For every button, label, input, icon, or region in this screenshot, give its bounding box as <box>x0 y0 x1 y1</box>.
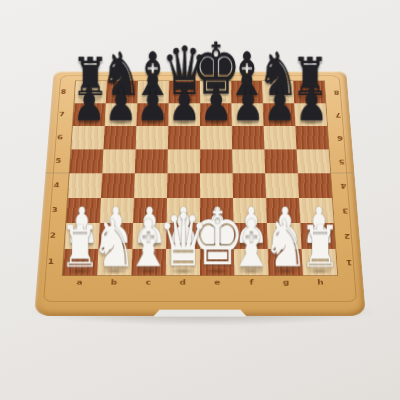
rank-label-right-5: 5 <box>329 149 355 173</box>
board-frame: 8877665544332211abcdefgh <box>34 71 366 316</box>
rank-label-left-1: 1 <box>37 249 64 275</box>
latch-notch <box>153 310 247 317</box>
chess-board: 8877665544332211abcdefgh ♜♞♝♛♚♝♞♜♟♟♟♟♟♟♟… <box>34 71 366 316</box>
rank-label-right-1: 1 <box>335 249 362 275</box>
rank-label-left-7: 7 <box>49 103 74 126</box>
rank-label-right-4: 4 <box>330 173 356 198</box>
rank-label-right-8: 8 <box>324 81 349 103</box>
rank-label-left-6: 6 <box>47 126 72 149</box>
rank-label-right-2: 2 <box>334 223 361 249</box>
rank-label-left-8: 8 <box>51 81 76 103</box>
file-label-g: g <box>269 278 304 287</box>
rank-label-left-4: 4 <box>43 173 69 198</box>
rank-label-left-5: 5 <box>45 149 71 173</box>
rank-label-left-2: 2 <box>39 223 66 249</box>
rank-label-left-3: 3 <box>41 198 68 223</box>
rank-label-right-7: 7 <box>326 103 351 126</box>
file-label-b: b <box>96 278 131 287</box>
file-label-e: e <box>200 278 235 287</box>
frame-groove <box>43 76 357 302</box>
photo-stage: 8877665544332211abcdefgh ♜♞♝♛♚♝♞♜♟♟♟♟♟♟♟… <box>0 0 400 400</box>
file-label-a: a <box>62 278 97 287</box>
perspective-scene: 8877665544332211abcdefgh ♜♞♝♛♚♝♞♜♟♟♟♟♟♟♟… <box>0 0 400 400</box>
file-label-c: c <box>131 278 166 287</box>
file-label-f: f <box>234 278 269 287</box>
file-label-h: h <box>303 278 338 287</box>
file-label-d: d <box>165 278 200 287</box>
rank-label-right-6: 6 <box>327 126 352 149</box>
rank-label-right-3: 3 <box>332 198 359 223</box>
fold-seam <box>45 173 354 174</box>
